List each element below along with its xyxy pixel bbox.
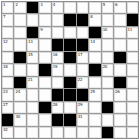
black-cell-r4-c5	[64, 52, 75, 63]
white-cell-r6-c0[interactable]	[2, 77, 13, 88]
black-cell-r1-c10	[127, 14, 138, 25]
white-cell-r8-c1[interactable]	[14, 102, 25, 113]
white-cell-r10-c6[interactable]	[77, 127, 88, 138]
white-cell-r2-c0[interactable]	[2, 27, 13, 38]
clue-number: 17	[78, 52, 83, 57]
black-cell-r9-c5	[64, 114, 75, 125]
white-cell-r3-c10[interactable]	[127, 39, 138, 50]
white-cell-r1-c1[interactable]	[14, 14, 25, 25]
black-cell-r7-c6	[77, 89, 88, 100]
clue-number: 14	[90, 39, 95, 44]
white-cell-r1-c0[interactable]: 7	[2, 14, 13, 25]
crossword-board: 1234567891011121314151617181920212223242…	[1, 1, 139, 139]
white-cell-r6-c4[interactable]	[52, 77, 63, 88]
white-cell-r9-c10[interactable]	[127, 114, 138, 125]
white-cell-r7-c1[interactable]: 24	[14, 89, 25, 100]
white-cell-r8-c9[interactable]	[114, 102, 125, 113]
white-cell-r3-c9[interactable]	[114, 39, 125, 50]
white-cell-r0-c9[interactable]: 6	[114, 2, 125, 13]
white-cell-r8-c2[interactable]	[27, 102, 38, 113]
white-cell-r6-c8[interactable]	[102, 77, 113, 88]
black-cell-r3-c6	[77, 39, 88, 50]
clue-number: 3	[40, 2, 42, 7]
black-cell-r4-c9	[114, 52, 125, 63]
black-cell-r7-c4	[52, 89, 63, 100]
clue-number: 15	[28, 52, 33, 57]
white-cell-r0-c5[interactable]	[64, 2, 75, 13]
white-cell-r5-c6[interactable]	[77, 64, 88, 75]
clue-number: 2	[15, 2, 17, 7]
clue-number: 6	[115, 2, 117, 7]
white-cell-r7-c8[interactable]	[102, 89, 113, 100]
white-cell-r9-c2[interactable]	[27, 114, 38, 125]
white-cell-r10-c3[interactable]	[39, 127, 50, 138]
clue-number: 5	[103, 2, 105, 7]
black-cell-r6-c9	[114, 77, 125, 88]
clue-number: 7	[3, 14, 5, 19]
black-cell-r1-c5	[64, 14, 75, 25]
white-cell-r2-c4[interactable]	[52, 27, 63, 38]
white-cell-r0-c0[interactable]: 1	[2, 2, 13, 13]
black-cell-r8-c8	[102, 102, 113, 113]
white-cell-r0-c4[interactable]: 4	[52, 2, 63, 13]
white-cell-r6-c7[interactable]	[89, 77, 100, 88]
white-cell-r5-c9[interactable]	[114, 64, 125, 75]
white-cell-r5-c4[interactable]: 19	[52, 64, 63, 75]
white-cell-r1-c9[interactable]	[114, 14, 125, 25]
white-cell-r3-c7[interactable]: 14	[89, 39, 100, 50]
white-cell-r8-c7[interactable]	[89, 102, 100, 113]
white-cell-r2-c8[interactable]: 10	[102, 27, 113, 38]
clue-number: 4	[53, 2, 55, 7]
white-cell-r1-c7[interactable]: 8	[89, 14, 100, 25]
white-cell-r10-c10[interactable]	[127, 127, 138, 138]
white-cell-r7-c10[interactable]	[127, 89, 138, 100]
white-cell-r3-c8[interactable]	[102, 39, 113, 50]
white-cell-r5-c5[interactable]	[64, 64, 75, 75]
white-cell-r5-c8[interactable]: 20	[102, 64, 113, 75]
black-cell-r0-c2	[27, 2, 38, 13]
white-cell-r5-c1[interactable]	[14, 64, 25, 75]
white-cell-r10-c1[interactable]	[14, 127, 25, 138]
white-cell-r0-c3[interactable]: 3	[39, 2, 50, 13]
white-cell-r2-c3[interactable]: 9	[39, 27, 50, 38]
clue-number: 21	[28, 77, 33, 82]
black-cell-r7-c5	[64, 89, 75, 100]
white-cell-r8-c10[interactable]	[127, 102, 138, 113]
black-cell-r3-c5	[64, 39, 75, 50]
black-cell-r2-c2	[27, 27, 38, 38]
white-cell-r10-c2[interactable]	[27, 127, 38, 138]
white-cell-r10-c0[interactable]: 32	[2, 127, 13, 138]
white-cell-r3-c0[interactable]: 12	[2, 39, 13, 50]
white-cell-r9-c1[interactable]: 30	[14, 114, 25, 125]
clue-number: 22	[78, 77, 83, 82]
clue-number: 32	[3, 127, 8, 132]
white-cell-r9-c8[interactable]	[102, 114, 113, 125]
clue-number: 1	[3, 2, 5, 7]
clue-number: 23	[3, 89, 8, 94]
page-background: 1234567891011121314151617181920212223242…	[0, 0, 140, 140]
black-cell-r9-c4	[52, 114, 63, 125]
clue-number: 24	[15, 89, 20, 94]
clue-number: 31	[78, 114, 83, 119]
clue-number: 18	[3, 64, 8, 69]
white-cell-r6-c10[interactable]	[127, 77, 138, 88]
white-cell-r10-c4[interactable]	[52, 127, 63, 138]
white-cell-r4-c6[interactable]: 17	[77, 52, 88, 63]
white-cell-r2-c9[interactable]	[114, 27, 125, 38]
black-cell-r1-c6	[77, 14, 88, 25]
clue-number: 8	[90, 14, 92, 19]
white-cell-r7-c7[interactable]: 25	[89, 89, 100, 100]
white-cell-r8-c4[interactable]: 28	[52, 102, 63, 113]
white-cell-r4-c7[interactable]	[89, 52, 100, 63]
clue-number: 26	[115, 89, 120, 94]
white-cell-r3-c2[interactable]: 13	[27, 39, 38, 50]
white-cell-r5-c2[interactable]	[27, 64, 38, 75]
white-cell-r10-c9[interactable]	[114, 127, 125, 138]
white-cell-r4-c3[interactable]	[39, 52, 50, 63]
white-cell-r9-c6[interactable]: 31	[77, 114, 88, 125]
white-cell-r9-c7[interactable]	[89, 114, 100, 125]
white-cell-r1-c4[interactable]	[52, 14, 63, 25]
clue-number: 16	[53, 52, 58, 57]
black-cell-r8-c3	[39, 102, 50, 113]
clue-number: 12	[3, 39, 8, 44]
white-cell-r9-c9[interactable]	[114, 114, 125, 125]
black-cell-r3-c4	[52, 39, 63, 50]
white-cell-r8-c5[interactable]	[64, 102, 75, 113]
white-cell-r0-c10[interactable]	[127, 2, 138, 13]
white-cell-r1-c8[interactable]	[102, 14, 113, 25]
white-cell-r2-c1[interactable]	[14, 27, 25, 38]
white-cell-r0-c6[interactable]	[77, 2, 88, 13]
clue-number: 28	[53, 102, 58, 107]
clue-number: 29	[78, 102, 83, 107]
white-cell-r2-c5[interactable]	[64, 27, 75, 38]
clue-number: 20	[103, 64, 108, 69]
white-cell-r3-c1[interactable]	[14, 39, 25, 50]
white-cell-r1-c2[interactable]	[27, 14, 38, 25]
white-cell-r6-c2[interactable]: 21	[27, 77, 38, 88]
white-cell-r9-c3[interactable]	[39, 114, 50, 125]
white-cell-r8-c6[interactable]: 29	[77, 102, 88, 113]
white-cell-r3-c3[interactable]	[39, 39, 50, 50]
white-cell-r8-c0[interactable]: 27	[2, 102, 13, 113]
clue-number: 25	[90, 89, 95, 94]
white-cell-r7-c0[interactable]: 23	[2, 89, 13, 100]
clue-number: 30	[15, 114, 20, 119]
white-cell-r7-c3[interactable]	[39, 89, 50, 100]
white-cell-r10-c5[interactable]	[64, 127, 75, 138]
white-cell-r2-c6[interactable]	[77, 27, 88, 38]
white-cell-r6-c3[interactable]	[39, 77, 50, 88]
clue-number: 10	[103, 27, 108, 32]
clue-number: 9	[40, 27, 42, 32]
white-cell-r6-c6[interactable]: 22	[77, 77, 88, 88]
white-cell-r4-c4[interactable]: 16	[52, 52, 63, 63]
black-cell-r6-c5	[64, 77, 75, 88]
white-cell-r4-c2[interactable]: 15	[27, 52, 38, 63]
black-cell-r10-c8	[102, 127, 113, 138]
white-cell-r4-c8[interactable]	[102, 52, 113, 63]
clue-number: 19	[53, 64, 58, 69]
black-cell-r4-c1	[14, 52, 25, 63]
white-cell-r0-c7[interactable]	[89, 2, 100, 13]
clue-number: 13	[28, 39, 33, 44]
white-cell-r10-c7[interactable]	[89, 127, 100, 138]
black-cell-r5-c3	[39, 64, 50, 75]
white-cell-r4-c0[interactable]	[2, 52, 13, 63]
white-cell-r7-c9[interactable]: 26	[114, 89, 125, 100]
white-cell-r2-c10[interactable]: 11	[127, 27, 138, 38]
black-cell-r9-c0	[2, 114, 13, 125]
white-cell-r4-c10[interactable]	[127, 52, 138, 63]
white-cell-r5-c10[interactable]	[127, 64, 138, 75]
black-cell-r2-c7	[89, 27, 100, 38]
clue-number: 27	[3, 102, 8, 107]
white-cell-r0-c1[interactable]: 2	[14, 2, 25, 13]
black-cell-r5-c7	[89, 64, 100, 75]
clue-number: 11	[128, 27, 133, 32]
white-cell-r5-c0[interactable]: 18	[2, 64, 13, 75]
white-cell-r1-c3[interactable]	[39, 14, 50, 25]
white-cell-r7-c2[interactable]	[27, 89, 38, 100]
black-cell-r6-c1	[14, 77, 25, 88]
white-cell-r0-c8[interactable]: 5	[102, 2, 113, 13]
